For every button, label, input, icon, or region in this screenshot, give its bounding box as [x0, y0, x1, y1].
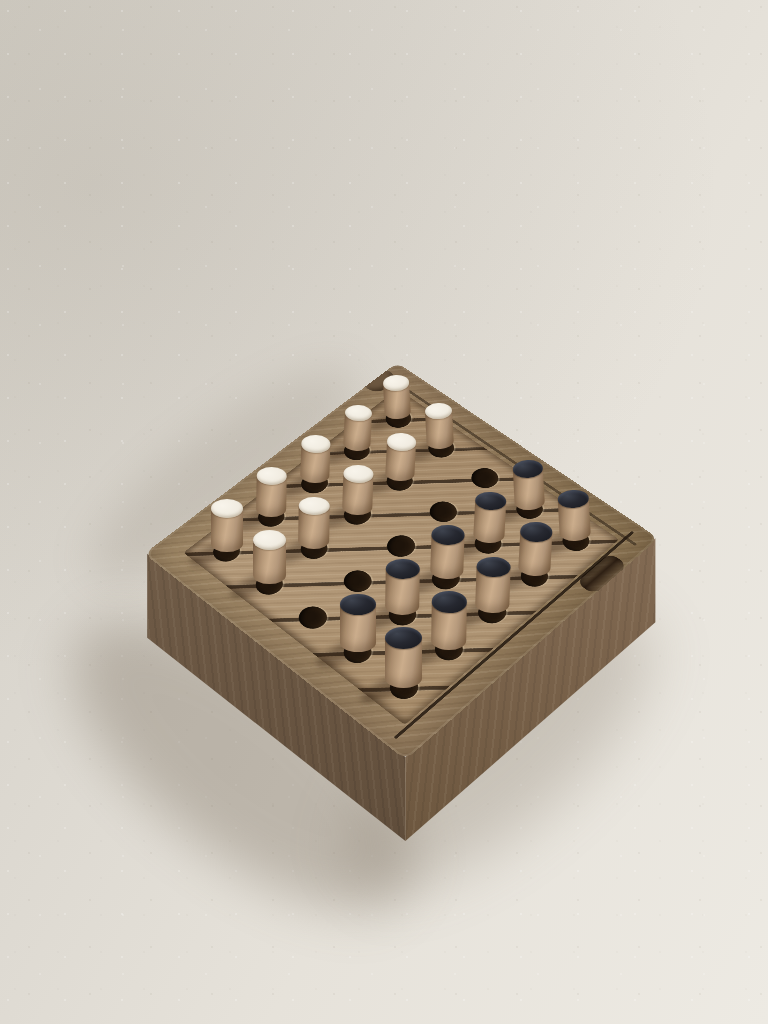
hole[interactable] [339, 437, 376, 464]
hole[interactable] [252, 503, 290, 532]
hole[interactable] [429, 633, 469, 665]
hole[interactable] [208, 537, 246, 566]
hole[interactable] [422, 435, 459, 462]
hole[interactable] [338, 566, 377, 596]
hole[interactable] [515, 561, 554, 591]
hole[interactable] [472, 597, 511, 628]
hole[interactable] [383, 599, 422, 630]
hole[interactable] [469, 529, 507, 558]
hole[interactable] [426, 564, 465, 594]
hole[interactable] [338, 636, 378, 668]
hole[interactable] [382, 531, 420, 560]
hole[interactable] [250, 569, 289, 599]
hole[interactable] [466, 464, 503, 492]
hole[interactable] [295, 534, 333, 563]
hole[interactable] [296, 469, 333, 497]
product-photo-scene [0, 0, 768, 1024]
hole[interactable] [424, 497, 462, 526]
hole[interactable] [338, 500, 376, 529]
hole[interactable] [381, 467, 418, 495]
hole[interactable] [380, 406, 416, 433]
hole[interactable] [384, 671, 424, 704]
hole[interactable] [510, 495, 548, 524]
hole[interactable] [293, 602, 332, 633]
hole[interactable] [556, 526, 594, 555]
